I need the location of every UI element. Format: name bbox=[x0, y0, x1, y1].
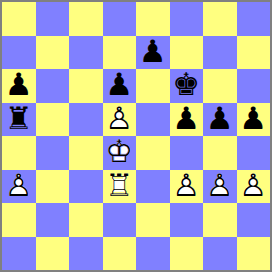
square-e3[interactable] bbox=[136, 170, 170, 204]
square-a5[interactable]: ♜ bbox=[2, 103, 36, 137]
square-d4[interactable]: ♚♔ bbox=[103, 136, 137, 170]
square-g6[interactable] bbox=[203, 69, 237, 103]
square-f7[interactable] bbox=[170, 36, 204, 70]
black-pawn[interactable]: ♟ bbox=[237, 103, 271, 137]
square-e5[interactable] bbox=[136, 103, 170, 137]
black-king[interactable]: ♚ bbox=[170, 69, 204, 103]
square-e8[interactable] bbox=[136, 2, 170, 36]
square-d3[interactable]: ♜♖ bbox=[103, 170, 137, 204]
white-pawn-outline: ♙ bbox=[237, 170, 271, 204]
square-c8[interactable] bbox=[69, 2, 103, 36]
square-e1[interactable] bbox=[136, 237, 170, 271]
square-h7[interactable] bbox=[237, 36, 271, 70]
square-a3[interactable]: ♟♙ bbox=[2, 170, 36, 204]
square-h5[interactable]: ♟ bbox=[237, 103, 271, 137]
square-e4[interactable] bbox=[136, 136, 170, 170]
black-pawn[interactable]: ♟ bbox=[103, 69, 137, 103]
square-d6[interactable]: ♟ bbox=[103, 69, 137, 103]
square-h2[interactable] bbox=[237, 203, 271, 237]
square-e6[interactable] bbox=[136, 69, 170, 103]
white-pawn-outline: ♙ bbox=[203, 170, 237, 204]
black-pawn[interactable]: ♟ bbox=[203, 103, 237, 137]
square-a4[interactable] bbox=[2, 136, 36, 170]
square-d2[interactable] bbox=[103, 203, 137, 237]
square-g4[interactable] bbox=[203, 136, 237, 170]
black-rook[interactable]: ♜ bbox=[2, 103, 36, 137]
square-e7[interactable]: ♟ bbox=[136, 36, 170, 70]
square-a2[interactable] bbox=[2, 203, 36, 237]
square-h3[interactable]: ♟♙ bbox=[237, 170, 271, 204]
square-c6[interactable] bbox=[69, 69, 103, 103]
square-a7[interactable] bbox=[2, 36, 36, 70]
square-b3[interactable] bbox=[36, 170, 70, 204]
square-g8[interactable] bbox=[203, 2, 237, 36]
square-h4[interactable] bbox=[237, 136, 271, 170]
square-a8[interactable] bbox=[2, 2, 36, 36]
square-g3[interactable]: ♟♙ bbox=[203, 170, 237, 204]
square-c1[interactable] bbox=[69, 237, 103, 271]
square-f6[interactable]: ♚ bbox=[170, 69, 204, 103]
square-h1[interactable] bbox=[237, 237, 271, 271]
white-rook-outline: ♖ bbox=[103, 170, 137, 204]
square-d8[interactable] bbox=[103, 2, 137, 36]
square-f8[interactable] bbox=[170, 2, 204, 36]
square-d1[interactable] bbox=[103, 237, 137, 271]
black-pawn[interactable]: ♟ bbox=[170, 103, 204, 137]
square-f4[interactable] bbox=[170, 136, 204, 170]
square-c5[interactable] bbox=[69, 103, 103, 137]
square-b6[interactable] bbox=[36, 69, 70, 103]
square-g7[interactable] bbox=[203, 36, 237, 70]
square-c2[interactable] bbox=[69, 203, 103, 237]
chess-board: ♟♟♟♚♜♟♙♟♟♟♚♔♟♙♜♖♟♙♟♙♟♙ bbox=[2, 2, 270, 270]
square-b5[interactable] bbox=[36, 103, 70, 137]
square-b7[interactable] bbox=[36, 36, 70, 70]
square-b8[interactable] bbox=[36, 2, 70, 36]
square-f1[interactable] bbox=[170, 237, 204, 271]
square-b1[interactable] bbox=[36, 237, 70, 271]
square-b2[interactable] bbox=[36, 203, 70, 237]
square-b4[interactable] bbox=[36, 136, 70, 170]
square-a1[interactable] bbox=[2, 237, 36, 271]
square-f3[interactable]: ♟♙ bbox=[170, 170, 204, 204]
black-pawn[interactable]: ♟ bbox=[2, 69, 36, 103]
square-h6[interactable] bbox=[237, 69, 271, 103]
chess-board-frame: ♟♟♟♚♜♟♙♟♟♟♚♔♟♙♜♖♟♙♟♙♟♙ bbox=[0, 0, 272, 272]
square-c7[interactable] bbox=[69, 36, 103, 70]
square-g1[interactable] bbox=[203, 237, 237, 271]
square-f5[interactable]: ♟ bbox=[170, 103, 204, 137]
square-d7[interactable] bbox=[103, 36, 137, 70]
square-c4[interactable] bbox=[69, 136, 103, 170]
square-c3[interactable] bbox=[69, 170, 103, 204]
square-g5[interactable]: ♟ bbox=[203, 103, 237, 137]
white-pawn-outline: ♙ bbox=[103, 103, 137, 137]
square-h8[interactable] bbox=[237, 2, 271, 36]
square-d5[interactable]: ♟♙ bbox=[103, 103, 137, 137]
square-e2[interactable] bbox=[136, 203, 170, 237]
black-pawn[interactable]: ♟ bbox=[136, 36, 170, 70]
square-g2[interactable] bbox=[203, 203, 237, 237]
square-a6[interactable]: ♟ bbox=[2, 69, 36, 103]
white-pawn-outline: ♙ bbox=[170, 170, 204, 204]
white-pawn-outline: ♙ bbox=[2, 170, 36, 204]
white-king-outline: ♔ bbox=[103, 136, 137, 170]
square-f2[interactable] bbox=[170, 203, 204, 237]
